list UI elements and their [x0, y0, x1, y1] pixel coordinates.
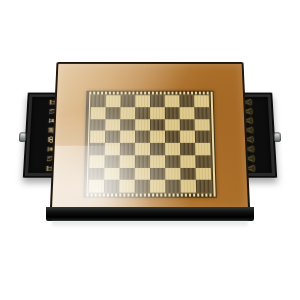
- square-c4[interactable]: [120, 143, 135, 155]
- square-h8[interactable]: [194, 95, 209, 107]
- square-f1[interactable]: [165, 180, 180, 193]
- square-c6[interactable]: [120, 119, 135, 131]
- square-e1[interactable]: [150, 180, 165, 193]
- square-f5[interactable]: [165, 131, 180, 143]
- square-g3[interactable]: [180, 155, 195, 167]
- square-e2[interactable]: [150, 167, 165, 180]
- square-h7[interactable]: [194, 107, 209, 119]
- square-d2[interactable]: [135, 167, 150, 180]
- square-b5[interactable]: [105, 131, 120, 143]
- square-f7[interactable]: [165, 107, 180, 119]
- square-d3[interactable]: [135, 155, 150, 167]
- product-photo-scene: ♖♙♘♙♗♙♕♙♔♙♗♙♘♙♖♙ ♜♟♞♟♝♟♛♟♚♟♝♟♞♟♜♟: [0, 0, 300, 300]
- square-d5[interactable]: [135, 131, 150, 143]
- square-a3[interactable]: [89, 155, 104, 167]
- square-a1[interactable]: [89, 180, 105, 193]
- square-d8[interactable]: [135, 95, 150, 107]
- board-inlay-frame: [83, 91, 216, 198]
- square-b6[interactable]: [105, 119, 120, 131]
- square-c3[interactable]: [120, 155, 135, 167]
- left-drawer-knob[interactable]: [19, 133, 27, 142]
- square-a5[interactable]: [90, 131, 105, 143]
- square-f6[interactable]: [165, 119, 180, 131]
- square-b1[interactable]: [104, 180, 120, 193]
- square-g4[interactable]: [180, 143, 195, 155]
- square-h3[interactable]: [195, 155, 210, 167]
- table-plane: ♖♙♘♙♗♙♕♙♔♙♗♙♘♙♖♙ ♜♟♞♟♝♟♛♟♚♟♝♟♞♟♜♟: [10, 62, 291, 224]
- square-h4[interactable]: [195, 143, 210, 155]
- square-c1[interactable]: [119, 180, 134, 193]
- square-h2[interactable]: [196, 167, 212, 180]
- square-g5[interactable]: [180, 131, 195, 143]
- box-front-edge: [46, 207, 254, 221]
- chess-board[interactable]: [87, 94, 212, 193]
- square-d1[interactable]: [135, 180, 150, 193]
- square-c5[interactable]: [120, 131, 135, 143]
- square-e5[interactable]: [150, 131, 165, 143]
- square-a2[interactable]: [89, 167, 105, 180]
- square-e6[interactable]: [150, 119, 165, 131]
- square-c8[interactable]: [120, 95, 135, 107]
- square-g7[interactable]: [180, 107, 195, 119]
- square-f4[interactable]: [165, 143, 180, 155]
- square-d7[interactable]: [135, 107, 150, 119]
- square-f2[interactable]: [165, 167, 180, 180]
- square-e4[interactable]: [150, 143, 165, 155]
- square-g1[interactable]: [181, 180, 197, 193]
- square-a4[interactable]: [90, 143, 105, 155]
- square-b2[interactable]: [104, 167, 119, 180]
- square-b7[interactable]: [105, 107, 120, 119]
- square-f3[interactable]: [165, 155, 180, 167]
- square-c2[interactable]: [119, 167, 134, 180]
- square-b4[interactable]: [105, 143, 120, 155]
- square-b8[interactable]: [106, 95, 121, 107]
- square-e8[interactable]: [150, 95, 165, 107]
- square-b3[interactable]: [104, 155, 119, 167]
- chess-box-top: [50, 62, 250, 212]
- right-drawer-knob[interactable]: [274, 133, 282, 142]
- square-a8[interactable]: [91, 95, 106, 107]
- square-e3[interactable]: [150, 155, 165, 167]
- square-h5[interactable]: [195, 131, 210, 143]
- square-h6[interactable]: [195, 119, 210, 131]
- square-a6[interactable]: [90, 119, 105, 131]
- square-d4[interactable]: [135, 143, 150, 155]
- square-g2[interactable]: [180, 167, 195, 180]
- square-f8[interactable]: [165, 95, 180, 107]
- floor-reflection: [52, 221, 248, 228]
- square-e7[interactable]: [150, 107, 165, 119]
- square-h1[interactable]: [196, 180, 212, 193]
- square-c7[interactable]: [120, 107, 135, 119]
- square-d6[interactable]: [135, 119, 150, 131]
- square-g6[interactable]: [180, 119, 195, 131]
- square-g8[interactable]: [179, 95, 194, 107]
- square-a7[interactable]: [91, 107, 106, 119]
